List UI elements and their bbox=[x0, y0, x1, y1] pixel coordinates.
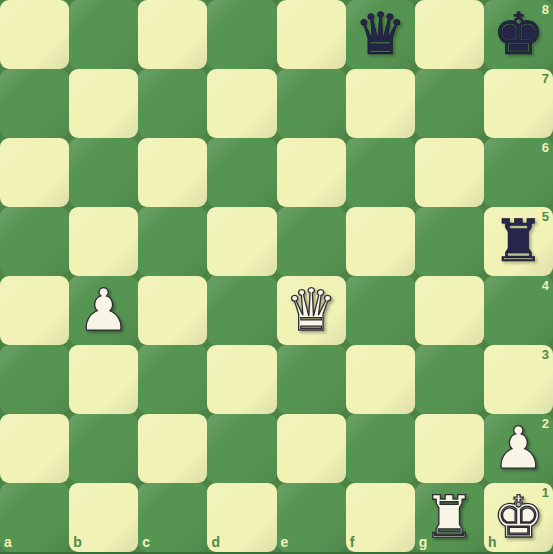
square-a7[interactable] bbox=[0, 69, 69, 138]
file-label-f: f bbox=[350, 534, 355, 550]
square-g4[interactable] bbox=[415, 276, 484, 345]
square-b8[interactable] bbox=[69, 0, 138, 69]
square-d8[interactable] bbox=[207, 0, 276, 69]
square-h2[interactable]: ♟2 bbox=[484, 414, 553, 483]
square-d3[interactable] bbox=[207, 345, 276, 414]
square-d4[interactable] bbox=[207, 276, 276, 345]
square-e3[interactable] bbox=[277, 345, 346, 414]
square-b2[interactable] bbox=[69, 414, 138, 483]
square-g2[interactable] bbox=[415, 414, 484, 483]
piece-black-rook-h5[interactable]: ♜ bbox=[492, 207, 544, 276]
square-f6[interactable] bbox=[346, 138, 415, 207]
square-e5[interactable] bbox=[277, 207, 346, 276]
square-c4[interactable] bbox=[138, 276, 207, 345]
file-label-b: b bbox=[73, 534, 82, 550]
piece-white-pawn-h2[interactable]: ♟ bbox=[492, 414, 544, 483]
square-g6[interactable] bbox=[415, 138, 484, 207]
file-label-c: c bbox=[142, 534, 150, 550]
square-h1[interactable]: ♚1h bbox=[484, 483, 553, 552]
square-h3[interactable]: 3 bbox=[484, 345, 553, 414]
square-f1[interactable]: f bbox=[346, 483, 415, 552]
square-b7[interactable] bbox=[69, 69, 138, 138]
square-e7[interactable] bbox=[277, 69, 346, 138]
square-h7[interactable]: 7 bbox=[484, 69, 553, 138]
rank-label-4: 4 bbox=[542, 278, 549, 293]
square-h6[interactable]: 6 bbox=[484, 138, 553, 207]
rank-label-7: 7 bbox=[542, 71, 549, 86]
square-d1[interactable]: d bbox=[207, 483, 276, 552]
square-f7[interactable] bbox=[346, 69, 415, 138]
square-c8[interactable] bbox=[138, 0, 207, 69]
piece-black-king-h8[interactable]: ♚ bbox=[492, 0, 544, 69]
square-d7[interactable] bbox=[207, 69, 276, 138]
square-h8[interactable]: ♚8 bbox=[484, 0, 553, 69]
square-c7[interactable] bbox=[138, 69, 207, 138]
square-c5[interactable] bbox=[138, 207, 207, 276]
piece-white-pawn-b4[interactable]: ♟ bbox=[78, 276, 130, 345]
square-d6[interactable] bbox=[207, 138, 276, 207]
square-b1[interactable]: b bbox=[69, 483, 138, 552]
square-c6[interactable] bbox=[138, 138, 207, 207]
square-g7[interactable] bbox=[415, 69, 484, 138]
square-b6[interactable] bbox=[69, 138, 138, 207]
square-h4[interactable]: 4 bbox=[484, 276, 553, 345]
square-g8[interactable] bbox=[415, 0, 484, 69]
square-c2[interactable] bbox=[138, 414, 207, 483]
square-a1[interactable]: a bbox=[0, 483, 69, 552]
chess-board: ♛♚876♜5♟♛43♟2abcdef♜g♚1h bbox=[0, 0, 553, 552]
square-f8[interactable]: ♛ bbox=[346, 0, 415, 69]
square-e8[interactable] bbox=[277, 0, 346, 69]
square-e6[interactable] bbox=[277, 138, 346, 207]
square-a5[interactable] bbox=[0, 207, 69, 276]
square-a3[interactable] bbox=[0, 345, 69, 414]
piece-white-rook-g1[interactable]: ♜ bbox=[423, 483, 475, 552]
square-f4[interactable] bbox=[346, 276, 415, 345]
square-e4[interactable]: ♛ bbox=[277, 276, 346, 345]
square-g3[interactable] bbox=[415, 345, 484, 414]
square-c1[interactable]: c bbox=[138, 483, 207, 552]
file-label-a: a bbox=[4, 534, 12, 550]
file-label-d: d bbox=[211, 534, 220, 550]
square-g1[interactable]: ♜g bbox=[415, 483, 484, 552]
square-h5[interactable]: ♜5 bbox=[484, 207, 553, 276]
rank-label-3: 3 bbox=[542, 347, 549, 362]
piece-black-queen-f8[interactable]: ♛ bbox=[354, 0, 406, 69]
square-f3[interactable] bbox=[346, 345, 415, 414]
square-f5[interactable] bbox=[346, 207, 415, 276]
square-a4[interactable] bbox=[0, 276, 69, 345]
square-a2[interactable] bbox=[0, 414, 69, 483]
square-e2[interactable] bbox=[277, 414, 346, 483]
piece-white-queen-e4[interactable]: ♛ bbox=[285, 276, 337, 345]
piece-white-king-h1[interactable]: ♚ bbox=[492, 483, 544, 552]
square-a6[interactable] bbox=[0, 138, 69, 207]
square-g5[interactable] bbox=[415, 207, 484, 276]
rank-label-6: 6 bbox=[542, 140, 549, 155]
square-f2[interactable] bbox=[346, 414, 415, 483]
square-e1[interactable]: e bbox=[277, 483, 346, 552]
square-b4[interactable]: ♟ bbox=[69, 276, 138, 345]
square-b5[interactable] bbox=[69, 207, 138, 276]
square-c3[interactable] bbox=[138, 345, 207, 414]
square-b3[interactable] bbox=[69, 345, 138, 414]
square-d5[interactable] bbox=[207, 207, 276, 276]
file-label-e: e bbox=[281, 534, 289, 550]
square-a8[interactable] bbox=[0, 0, 69, 69]
square-d2[interactable] bbox=[207, 414, 276, 483]
